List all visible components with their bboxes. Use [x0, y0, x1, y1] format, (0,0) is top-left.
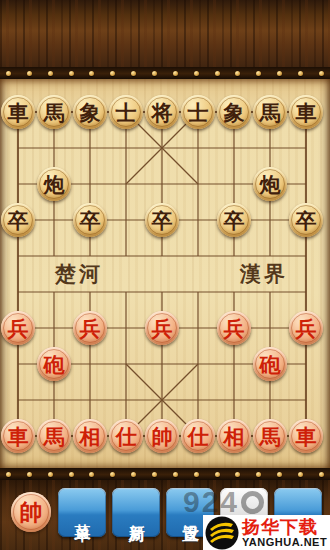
stud-nail — [215, 71, 220, 76]
stud-nail — [194, 71, 199, 76]
new-game-button-label: 新局 — [126, 511, 147, 515]
bottom-stud-rail — [0, 468, 330, 480]
stud-nail — [319, 472, 324, 477]
top-wood-frame — [0, 0, 330, 68]
black-horse[interactable]: 馬 — [37, 95, 71, 129]
red-soldier[interactable]: 兵 — [145, 311, 179, 345]
black-advisor[interactable]: 士 — [109, 95, 143, 129]
stud-nail — [69, 71, 74, 76]
top-stud-rail — [0, 67, 330, 79]
red-horse[interactable]: 馬 — [37, 419, 71, 453]
stud-nail — [6, 71, 11, 76]
black-soldier[interactable]: 卒 — [1, 203, 35, 237]
black-horse[interactable]: 馬 — [253, 95, 287, 129]
black-elephant[interactable]: 象 — [217, 95, 251, 129]
red-horse[interactable]: 馬 — [253, 419, 287, 453]
stud-nail — [48, 71, 53, 76]
stud-nail — [256, 71, 261, 76]
stud-nail — [27, 472, 32, 477]
black-soldier[interactable]: 卒 — [217, 203, 251, 237]
xiangqi-app: 楚河 漢界 車馬象士将士象馬車炮炮卒卒卒卒卒兵兵兵兵兵砲砲車馬相仕帥仕相馬車 帥… — [0, 0, 330, 550]
black-chariot[interactable]: 車 — [289, 95, 323, 129]
stud-nail — [89, 472, 94, 477]
ghost-watermark-text: 924 — [183, 485, 239, 519]
red-advisor[interactable]: 仕 — [109, 419, 143, 453]
river: 楚河 漢界 — [18, 256, 306, 292]
stud-nail — [173, 472, 178, 477]
red-soldier[interactable]: 兵 — [289, 311, 323, 345]
red-soldier[interactable]: 兵 — [73, 311, 107, 345]
stud-nail — [152, 472, 157, 477]
black-elephant[interactable]: 象 — [73, 95, 107, 129]
black-soldier[interactable]: 卒 — [289, 203, 323, 237]
stud-nail — [194, 472, 199, 477]
yanghua-logo-icon — [205, 516, 239, 550]
stud-nail — [298, 472, 303, 477]
black-soldier[interactable]: 卒 — [73, 203, 107, 237]
ghost-watermark-ring — [241, 491, 264, 514]
stud-nail — [256, 472, 261, 477]
stud-nail — [131, 71, 136, 76]
stud-nail — [235, 472, 240, 477]
hint-button-label: 提示 — [288, 511, 309, 515]
stud-nail — [319, 71, 324, 76]
black-chariot[interactable]: 車 — [1, 95, 35, 129]
stud-nail — [277, 71, 282, 76]
red-soldier[interactable]: 兵 — [1, 311, 35, 345]
xiangqi-board[interactable]: 楚河 漢界 車馬象士将士象馬車炮炮卒卒卒卒卒兵兵兵兵兵砲砲車馬相仕帥仕相馬車 — [0, 79, 330, 468]
red-soldier[interactable]: 兵 — [217, 311, 251, 345]
stud-nail — [110, 71, 115, 76]
river-label-left: 楚河 — [55, 260, 103, 288]
stud-nail — [48, 472, 53, 477]
red-cannon[interactable]: 砲 — [253, 347, 287, 381]
stud-nail — [215, 472, 220, 477]
black-cannon[interactable]: 炮 — [37, 167, 71, 201]
ghost-watermark: 924 — [183, 485, 264, 519]
red-chariot[interactable]: 車 — [289, 419, 323, 453]
menu-button[interactable]: 菜单 — [58, 488, 106, 537]
stud-nail — [6, 472, 11, 477]
watermark-site: YANGHUA.NET — [242, 537, 327, 548]
red-general[interactable]: 帥 — [145, 419, 179, 453]
red-advisor[interactable]: 仕 — [181, 419, 215, 453]
site-watermark: 扬华下载 YANGHUA.NET — [203, 515, 330, 550]
new-game-button[interactable]: 新局 — [112, 488, 160, 537]
black-advisor[interactable]: 士 — [181, 95, 215, 129]
watermark-title: 扬华下载 — [242, 518, 327, 536]
stud-nail — [298, 71, 303, 76]
menu-button-label: 菜单 — [72, 511, 93, 515]
red-elephant[interactable]: 相 — [73, 419, 107, 453]
stud-nail — [235, 71, 240, 76]
stud-nail — [69, 472, 74, 477]
stud-nail — [152, 71, 157, 76]
red-cannon[interactable]: 砲 — [37, 347, 71, 381]
stud-nail — [27, 71, 32, 76]
stud-nail — [277, 472, 282, 477]
stud-nail — [173, 71, 178, 76]
black-soldier[interactable]: 卒 — [145, 203, 179, 237]
black-general[interactable]: 将 — [145, 95, 179, 129]
red-elephant[interactable]: 相 — [217, 419, 251, 453]
red-chariot[interactable]: 車 — [1, 419, 35, 453]
stud-nail — [89, 71, 94, 76]
black-cannon[interactable]: 炮 — [253, 167, 287, 201]
river-label-right: 漢界 — [240, 260, 288, 288]
stud-nail — [131, 472, 136, 477]
turn-indicator-piece: 帥 — [11, 492, 51, 532]
stud-nail — [110, 472, 115, 477]
